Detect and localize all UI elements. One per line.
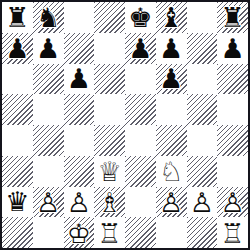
square-b8[interactable]: ♞ (33, 2, 64, 33)
piece-glyph: ♜ (5, 4, 29, 31)
square-b5[interactable] (33, 94, 64, 125)
white-rook: ♜♖ (217, 217, 248, 248)
piece-glyph: ♜ (221, 4, 245, 31)
square-d8[interactable] (94, 2, 125, 33)
square-h6[interactable] (217, 64, 248, 95)
square-c8[interactable] (64, 2, 95, 33)
square-h3[interactable] (217, 156, 248, 187)
square-f4[interactable] (156, 125, 187, 156)
piece-glyph: ♟ (159, 65, 183, 92)
square-g3[interactable] (187, 156, 218, 187)
square-d3[interactable]: ♛♕ (94, 156, 125, 187)
piece-glyph: ♙ (159, 188, 183, 215)
white-rook: ♜♖ (94, 217, 125, 248)
piece-glyph: ♟ (221, 35, 245, 62)
square-g2[interactable]: ♟♙ (187, 187, 218, 218)
white-queen: ♛♕ (94, 156, 125, 187)
square-e7[interactable]: ♟ (125, 33, 156, 64)
piece-glyph: ♝ (159, 4, 183, 31)
black-rook: ♜ (217, 2, 248, 33)
square-b4[interactable] (33, 125, 64, 156)
white-knight: ♞♘ (156, 156, 187, 187)
black-king: ♚ (125, 2, 156, 33)
piece-glyph: ♟ (67, 65, 91, 92)
piece-glyph: ♕ (98, 158, 122, 185)
black-pawn: ♟ (156, 33, 187, 64)
square-c5[interactable] (64, 94, 95, 125)
white-pawn: ♟♙ (187, 187, 218, 218)
square-h8[interactable]: ♜ (217, 2, 248, 33)
square-a6[interactable] (2, 64, 33, 95)
square-a7[interactable]: ♟ (2, 33, 33, 64)
piece-glyph: ♟ (128, 35, 152, 62)
piece-glyph: ♞ (36, 4, 60, 31)
square-h5[interactable] (217, 94, 248, 125)
square-b7[interactable]: ♟ (33, 33, 64, 64)
square-a2[interactable]: ♛ (2, 187, 33, 218)
black-pawn: ♟ (125, 33, 156, 64)
piece-glyph: ♚ (128, 4, 152, 31)
square-e6[interactable] (125, 64, 156, 95)
square-f3[interactable]: ♞♘ (156, 156, 187, 187)
square-c6[interactable]: ♟ (64, 64, 95, 95)
piece-glyph: ♟ (36, 35, 60, 62)
square-b2[interactable]: ♟♙ (33, 187, 64, 218)
square-e5[interactable] (125, 94, 156, 125)
piece-glyph: ♙ (36, 188, 60, 215)
square-e1[interactable] (125, 217, 156, 248)
white-pawn: ♟♙ (64, 187, 95, 218)
white-bishop: ♝♗ (94, 187, 125, 218)
piece-glyph: ♘ (159, 158, 183, 185)
piece-glyph: ♙ (190, 188, 214, 215)
square-f7[interactable]: ♟ (156, 33, 187, 64)
piece-glyph: ♗ (98, 188, 122, 215)
square-c7[interactable] (64, 33, 95, 64)
black-pawn: ♟ (156, 64, 187, 95)
black-pawn: ♟ (2, 33, 33, 64)
square-d4[interactable] (94, 125, 125, 156)
piece-glyph: ♖ (221, 219, 245, 246)
square-g6[interactable] (187, 64, 218, 95)
square-d5[interactable] (94, 94, 125, 125)
white-pawn: ♟♙ (156, 187, 187, 218)
square-b1[interactable] (33, 217, 64, 248)
square-f8[interactable]: ♝ (156, 2, 187, 33)
square-g1[interactable] (187, 217, 218, 248)
square-a3[interactable] (2, 156, 33, 187)
square-d6[interactable] (94, 64, 125, 95)
square-a5[interactable] (2, 94, 33, 125)
square-b3[interactable] (33, 156, 64, 187)
chess-board: ♜♞♚♝♜♟♟♟♟♟♟♟♛♕♞♘♛♟♙♟♙♝♗♟♙♟♙♟♙♚♔♜♖♜♖ (2, 2, 248, 248)
square-g5[interactable] (187, 94, 218, 125)
square-d1[interactable]: ♜♖ (94, 217, 125, 248)
piece-glyph: ♟ (5, 35, 29, 62)
square-f5[interactable] (156, 94, 187, 125)
white-king: ♚♔ (64, 217, 95, 248)
square-d7[interactable] (94, 33, 125, 64)
piece-glyph: ♔ (67, 219, 91, 246)
square-c3[interactable] (64, 156, 95, 187)
chess-board-frame: ♜♞♚♝♜♟♟♟♟♟♟♟♛♕♞♘♛♟♙♟♙♝♗♟♙♟♙♟♙♚♔♜♖♜♖ (0, 0, 250, 250)
square-e2[interactable] (125, 187, 156, 218)
piece-glyph: ♖ (98, 219, 122, 246)
square-b6[interactable] (33, 64, 64, 95)
square-g8[interactable] (187, 2, 218, 33)
square-h1[interactable]: ♜♖ (217, 217, 248, 248)
white-pawn: ♟♙ (33, 187, 64, 218)
square-f1[interactable] (156, 217, 187, 248)
square-c4[interactable] (64, 125, 95, 156)
square-d2[interactable]: ♝♗ (94, 187, 125, 218)
square-h7[interactable]: ♟ (217, 33, 248, 64)
square-g4[interactable] (187, 125, 218, 156)
square-h4[interactable] (217, 125, 248, 156)
black-bishop: ♝ (156, 2, 187, 33)
square-h2[interactable]: ♟♙ (217, 187, 248, 218)
black-queen: ♛ (2, 187, 33, 218)
black-knight: ♞ (33, 2, 64, 33)
piece-glyph: ♟ (159, 35, 183, 62)
square-e8[interactable]: ♚ (125, 2, 156, 33)
square-f2[interactable]: ♟♙ (156, 187, 187, 218)
piece-glyph: ♛ (5, 188, 29, 215)
white-pawn: ♟♙ (217, 187, 248, 218)
square-e3[interactable] (125, 156, 156, 187)
piece-glyph: ♙ (221, 188, 245, 215)
square-a4[interactable] (2, 125, 33, 156)
black-rook: ♜ (2, 2, 33, 33)
black-pawn: ♟ (217, 33, 248, 64)
square-c2[interactable]: ♟♙ (64, 187, 95, 218)
black-pawn: ♟ (64, 64, 95, 95)
square-g7[interactable] (187, 33, 218, 64)
square-f6[interactable]: ♟ (156, 64, 187, 95)
square-a1[interactable] (2, 217, 33, 248)
black-pawn: ♟ (33, 33, 64, 64)
square-c1[interactable]: ♚♔ (64, 217, 95, 248)
square-e4[interactable] (125, 125, 156, 156)
square-a8[interactable]: ♜ (2, 2, 33, 33)
piece-glyph: ♙ (67, 188, 91, 215)
